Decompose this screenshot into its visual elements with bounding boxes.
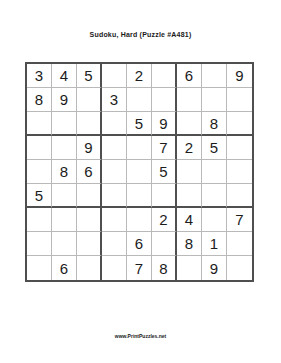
cell-r1c2: 4 — [52, 64, 77, 88]
cell-r5c8 — [202, 160, 227, 184]
cell-r2c5 — [127, 88, 152, 112]
cell-r4c5 — [127, 136, 152, 160]
cell-r3c6: 9 — [152, 112, 177, 136]
cell-r5c4 — [102, 160, 127, 184]
cell-r2c6 — [152, 88, 177, 112]
cell-r9c3 — [77, 256, 102, 280]
cell-r3c4 — [102, 112, 127, 136]
cell-r9c9 — [227, 256, 252, 280]
cell-r3c8: 8 — [202, 112, 227, 136]
sudoku-board: 345269893598972586552476816789 — [25, 62, 254, 282]
cell-r5c7 — [177, 160, 202, 184]
cell-r1c7: 6 — [177, 64, 202, 88]
cell-r3c3 — [77, 112, 102, 136]
cell-r4c2 — [52, 136, 77, 160]
cell-r8c5: 6 — [127, 232, 152, 256]
cell-r1c6 — [152, 64, 177, 88]
cell-r7c6: 2 — [152, 208, 177, 232]
cell-r1c4 — [102, 64, 127, 88]
cell-r7c8 — [202, 208, 227, 232]
cell-r8c4 — [102, 232, 127, 256]
cell-r1c9: 9 — [227, 64, 252, 88]
cell-r7c5 — [127, 208, 152, 232]
cell-r8c9 — [227, 232, 252, 256]
cell-r5c5 — [127, 160, 152, 184]
cell-r7c7: 4 — [177, 208, 202, 232]
cell-r9c5: 7 — [127, 256, 152, 280]
cell-r6c3 — [77, 184, 102, 208]
cell-r3c1 — [27, 112, 52, 136]
cell-r8c2 — [52, 232, 77, 256]
cell-r6c9 — [227, 184, 252, 208]
cell-r1c5: 2 — [127, 64, 152, 88]
cell-r9c8: 9 — [202, 256, 227, 280]
cell-r3c2 — [52, 112, 77, 136]
cell-r3c5: 5 — [127, 112, 152, 136]
cell-r7c4 — [102, 208, 127, 232]
cell-r4c4 — [102, 136, 127, 160]
cell-r7c1 — [27, 208, 52, 232]
cell-r2c3 — [77, 88, 102, 112]
page-title: Sudoku, Hard (Puzzle #A481) — [0, 31, 281, 38]
cell-r5c1 — [27, 160, 52, 184]
cell-r9c2: 6 — [52, 256, 77, 280]
cell-r1c3: 5 — [77, 64, 102, 88]
cell-r5c6: 5 — [152, 160, 177, 184]
cell-r6c5 — [127, 184, 152, 208]
cell-r2c9 — [227, 88, 252, 112]
cell-r6c2 — [52, 184, 77, 208]
cell-r4c7: 2 — [177, 136, 202, 160]
cell-r8c7: 8 — [177, 232, 202, 256]
cell-r9c7 — [177, 256, 202, 280]
cell-r6c8 — [202, 184, 227, 208]
cell-r4c9 — [227, 136, 252, 160]
cell-r3c7 — [177, 112, 202, 136]
cell-r3c9 — [227, 112, 252, 136]
cell-r6c7 — [177, 184, 202, 208]
cell-r7c2 — [52, 208, 77, 232]
cell-r8c6 — [152, 232, 177, 256]
cell-r8c1 — [27, 232, 52, 256]
cell-r7c9: 7 — [227, 208, 252, 232]
cell-r6c6 — [152, 184, 177, 208]
site-footer: www.PrintPuzzles.net — [0, 333, 281, 339]
cell-r4c1 — [27, 136, 52, 160]
cell-r5c3: 6 — [77, 160, 102, 184]
cell-r2c2: 9 — [52, 88, 77, 112]
cell-r6c4 — [102, 184, 127, 208]
cell-r9c6: 8 — [152, 256, 177, 280]
cell-r4c6: 7 — [152, 136, 177, 160]
cell-r6c1: 5 — [27, 184, 52, 208]
cell-r1c1: 3 — [27, 64, 52, 88]
cell-r9c4 — [102, 256, 127, 280]
cell-r8c3 — [77, 232, 102, 256]
cell-r1c8 — [202, 64, 227, 88]
cell-r2c8 — [202, 88, 227, 112]
cell-r8c8: 1 — [202, 232, 227, 256]
cell-r9c1 — [27, 256, 52, 280]
cell-r5c9 — [227, 160, 252, 184]
cell-r7c3 — [77, 208, 102, 232]
cell-r4c8: 5 — [202, 136, 227, 160]
cell-r4c3: 9 — [77, 136, 102, 160]
cell-r2c1: 8 — [27, 88, 52, 112]
cell-r2c4: 3 — [102, 88, 127, 112]
cell-r2c7 — [177, 88, 202, 112]
cell-r5c2: 8 — [52, 160, 77, 184]
